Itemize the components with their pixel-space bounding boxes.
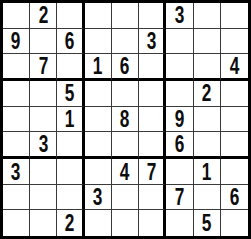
cell-r5c3[interactable]: 1 [57, 107, 84, 133]
cell-r6c8[interactable] [194, 132, 221, 159]
given-digit: 9 [175, 107, 185, 131]
cell-r6c7[interactable]: 6 [166, 132, 193, 159]
cell-r8c2[interactable] [30, 185, 57, 211]
cell-r3c1[interactable] [3, 54, 30, 81]
cell-r6c9[interactable] [221, 132, 248, 159]
cell-r4c2[interactable] [30, 81, 57, 107]
given-digit: 1 [93, 54, 103, 78]
given-digit: 6 [175, 132, 185, 156]
given-digit: 6 [230, 185, 240, 209]
cell-r2c4[interactable] [85, 29, 112, 55]
cell-r9c2[interactable] [30, 210, 57, 236]
cell-r4c4[interactable] [85, 81, 112, 107]
given-digit: 7 [175, 185, 185, 209]
cell-r4c9[interactable] [221, 81, 248, 107]
cell-r6c5[interactable] [112, 132, 139, 159]
cell-r1c5[interactable] [112, 3, 139, 29]
cell-r2c3[interactable]: 6 [57, 29, 84, 55]
cell-r7c9[interactable] [221, 159, 248, 185]
cell-r2c8[interactable] [194, 29, 221, 55]
cell-r2c2[interactable] [30, 29, 57, 55]
cell-r6c4[interactable] [85, 132, 112, 159]
cell-r9c5[interactable] [112, 210, 139, 236]
cell-r7c7[interactable] [166, 159, 193, 185]
cell-r4c6[interactable] [139, 81, 166, 107]
sudoku-board: 2396371645218936347137625 [0, 0, 251, 239]
given-digit: 2 [65, 211, 75, 235]
cell-r3c8[interactable] [194, 54, 221, 81]
cell-r7c2[interactable] [30, 159, 57, 185]
given-digit: 5 [65, 81, 75, 105]
given-digit: 8 [120, 107, 130, 131]
cell-r3c4[interactable]: 1 [85, 54, 112, 81]
cell-r8c7[interactable]: 7 [166, 185, 193, 211]
cell-r6c1[interactable] [3, 132, 30, 159]
cell-r3c6[interactable] [139, 54, 166, 81]
cell-r2c7[interactable] [166, 29, 193, 55]
given-digit: 3 [146, 29, 156, 53]
given-digit: 6 [65, 29, 75, 53]
given-digit: 6 [120, 54, 130, 78]
cell-r8c4[interactable]: 3 [85, 185, 112, 211]
cell-r7c1[interactable]: 3 [3, 159, 30, 185]
cell-r3c3[interactable] [57, 54, 84, 81]
cell-r2c9[interactable] [221, 29, 248, 55]
cell-r9c8[interactable]: 5 [194, 210, 221, 236]
given-digit: 1 [65, 107, 75, 131]
cell-r3c7[interactable] [166, 54, 193, 81]
cell-r3c5[interactable]: 6 [112, 54, 139, 81]
cell-r8c9[interactable]: 6 [221, 185, 248, 211]
given-digit: 3 [11, 160, 21, 184]
cell-r3c9[interactable]: 4 [221, 54, 248, 81]
given-digit: 7 [146, 160, 156, 184]
cell-r8c3[interactable] [57, 185, 84, 211]
cell-r8c8[interactable] [194, 185, 221, 211]
cell-r6c3[interactable] [57, 132, 84, 159]
cell-r6c2[interactable]: 3 [30, 132, 57, 159]
cell-r5c7[interactable]: 9 [166, 107, 193, 133]
cell-r7c6[interactable]: 7 [139, 159, 166, 185]
given-digit: 9 [11, 29, 21, 53]
cell-r1c4[interactable] [85, 3, 112, 29]
cell-r1c9[interactable] [221, 3, 248, 29]
given-digit: 2 [202, 81, 212, 105]
cell-r5c4[interactable] [85, 107, 112, 133]
cell-r8c5[interactable] [112, 185, 139, 211]
given-digit: 5 [202, 211, 212, 235]
cell-r4c8[interactable]: 2 [194, 81, 221, 107]
cell-r4c7[interactable] [166, 81, 193, 107]
cell-r8c6[interactable] [139, 185, 166, 211]
cell-r6c6[interactable] [139, 132, 166, 159]
cell-r7c8[interactable]: 1 [194, 159, 221, 185]
cell-r9c7[interactable] [166, 210, 193, 236]
cell-r9c9[interactable] [221, 210, 248, 236]
given-digit: 1 [202, 160, 212, 184]
cell-r9c4[interactable] [85, 210, 112, 236]
given-digit: 7 [39, 54, 49, 78]
given-digit: 4 [230, 54, 240, 78]
cell-r1c1[interactable] [3, 3, 30, 29]
cell-r9c1[interactable] [3, 210, 30, 236]
cell-r2c5[interactable] [112, 29, 139, 55]
cell-r5c1[interactable] [3, 107, 30, 133]
cell-r5c5[interactable]: 8 [112, 107, 139, 133]
cell-r7c4[interactable] [85, 159, 112, 185]
cell-r2c1[interactable]: 9 [3, 29, 30, 55]
cell-r5c9[interactable] [221, 107, 248, 133]
cell-r9c3[interactable]: 2 [57, 210, 84, 236]
cell-r9c6[interactable] [139, 210, 166, 236]
cell-r5c6[interactable] [139, 107, 166, 133]
given-digit: 3 [93, 185, 103, 209]
cell-r8c1[interactable] [3, 185, 30, 211]
cell-r1c2[interactable]: 2 [30, 3, 57, 29]
cell-r1c6[interactable] [139, 3, 166, 29]
cell-r4c1[interactable] [3, 81, 30, 107]
given-digit: 4 [120, 160, 130, 184]
given-digit: 2 [39, 3, 49, 27]
cell-r4c5[interactable] [112, 81, 139, 107]
cell-r4c3[interactable]: 5 [57, 81, 84, 107]
cell-r5c2[interactable] [30, 107, 57, 133]
given-digit: 3 [175, 3, 185, 27]
cell-r1c7[interactable]: 3 [166, 3, 193, 29]
cell-r7c5[interactable]: 4 [112, 159, 139, 185]
cell-r5c8[interactable] [194, 107, 221, 133]
cell-r1c3[interactable] [57, 3, 84, 29]
cell-r3c2[interactable]: 7 [30, 54, 57, 81]
cell-r1c8[interactable] [194, 3, 221, 29]
given-digit: 3 [39, 132, 49, 156]
cell-r7c3[interactable] [57, 159, 84, 185]
cell-r2c6[interactable]: 3 [139, 29, 166, 55]
